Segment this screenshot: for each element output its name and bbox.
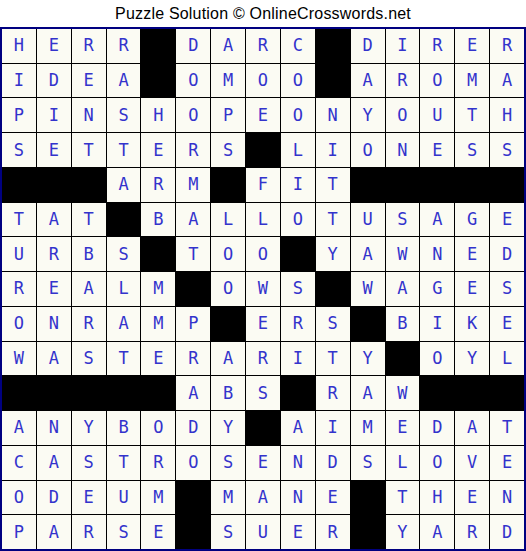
black-cell	[351, 307, 385, 341]
letter-cell: L	[386, 446, 420, 480]
letter-cell: O	[420, 64, 454, 98]
letter-cell: E	[455, 272, 489, 306]
letter-cell: I	[2, 64, 36, 98]
letter-cell: E	[37, 133, 71, 167]
letter-cell: B	[386, 307, 420, 341]
letter-cell: Y	[211, 411, 245, 445]
letter-cell: E	[316, 481, 350, 515]
black-cell	[211, 307, 245, 341]
letter-cell: A	[351, 376, 385, 410]
letter-cell: R	[455, 515, 489, 549]
page-title: Puzzle Solution © OnlineCrosswords.net	[0, 0, 526, 27]
letter-cell: U	[107, 481, 141, 515]
letter-cell: E	[246, 307, 280, 341]
black-cell	[351, 515, 385, 549]
black-cell	[281, 237, 315, 271]
black-cell	[316, 272, 350, 306]
letter-cell: I	[281, 342, 315, 376]
black-cell	[72, 376, 106, 410]
letter-cell: T	[107, 342, 141, 376]
letter-cell: S	[2, 133, 36, 167]
letter-cell: M	[351, 411, 385, 445]
letter-cell: E	[490, 446, 524, 480]
letter-cell: R	[2, 272, 36, 306]
letter-cell: O	[141, 411, 175, 445]
letter-cell: D	[37, 64, 71, 98]
letter-cell: F	[246, 168, 280, 202]
letter-cell: H	[490, 98, 524, 132]
black-cell	[176, 481, 210, 515]
letter-cell: R	[420, 29, 454, 63]
letter-cell: A	[490, 64, 524, 98]
letter-cell: A	[211, 29, 245, 63]
letter-cell: U	[246, 515, 280, 549]
letter-cell: O	[176, 446, 210, 480]
letter-cell: W	[386, 237, 420, 271]
letter-cell: E	[141, 515, 175, 549]
letter-cell: L	[107, 272, 141, 306]
black-cell	[455, 376, 489, 410]
letter-cell: U	[351, 203, 385, 237]
letter-cell: I	[420, 307, 454, 341]
letter-cell: W	[2, 342, 36, 376]
letter-cell: R	[281, 307, 315, 341]
letter-cell: A	[420, 203, 454, 237]
letter-cell: R	[176, 342, 210, 376]
letter-cell: W	[386, 376, 420, 410]
letter-cell: A	[386, 272, 420, 306]
letter-cell: A	[107, 64, 141, 98]
letter-cell: P	[2, 98, 36, 132]
letter-cell: U	[2, 237, 36, 271]
black-cell	[176, 515, 210, 549]
letter-cell: H	[2, 29, 36, 63]
letter-cell: A	[246, 481, 280, 515]
letter-cell: E	[246, 446, 280, 480]
letter-cell: R	[72, 307, 106, 341]
letter-cell: M	[176, 168, 210, 202]
letter-cell: V	[455, 446, 489, 480]
letter-cell: E	[455, 29, 489, 63]
letter-cell: B	[72, 237, 106, 271]
letter-cell: A	[351, 237, 385, 271]
letter-cell: H	[420, 481, 454, 515]
letter-cell: O	[176, 64, 210, 98]
black-cell	[107, 376, 141, 410]
letter-cell: M	[141, 481, 175, 515]
letter-cell: R	[37, 237, 71, 271]
letter-cell: T	[386, 481, 420, 515]
letter-cell: A	[351, 64, 385, 98]
letter-cell: S	[246, 376, 280, 410]
letter-cell: W	[246, 272, 280, 306]
letter-cell: B	[107, 411, 141, 445]
black-cell	[141, 64, 175, 98]
letter-cell: O	[2, 307, 36, 341]
letter-cell: T	[316, 342, 350, 376]
letter-cell: K	[455, 307, 489, 341]
letter-cell: O	[281, 98, 315, 132]
letter-cell: E	[246, 98, 280, 132]
letter-cell: A	[107, 307, 141, 341]
letter-cell: Y	[72, 411, 106, 445]
black-cell	[176, 272, 210, 306]
letter-cell: R	[176, 133, 210, 167]
black-cell	[37, 376, 71, 410]
letter-cell: N	[490, 481, 524, 515]
letter-cell: S	[72, 342, 106, 376]
black-cell	[316, 64, 350, 98]
letter-cell: T	[490, 411, 524, 445]
letter-cell: O	[2, 481, 36, 515]
letter-cell: A	[211, 342, 245, 376]
letter-cell: D	[420, 411, 454, 445]
letter-cell: L	[246, 203, 280, 237]
letter-cell: I	[37, 98, 71, 132]
black-cell	[455, 168, 489, 202]
letter-cell: E	[141, 133, 175, 167]
letter-cell: T	[107, 446, 141, 480]
letter-cell: S	[211, 446, 245, 480]
letter-cell: N	[420, 237, 454, 271]
letter-cell: N	[281, 446, 315, 480]
letter-cell: H	[141, 98, 175, 132]
letter-cell: T	[455, 98, 489, 132]
black-cell	[246, 133, 280, 167]
letter-cell: M	[141, 307, 175, 341]
letter-cell: W	[351, 272, 385, 306]
letter-cell: A	[420, 515, 454, 549]
letter-cell: O	[246, 64, 280, 98]
letter-cell: B	[141, 203, 175, 237]
letter-cell: B	[211, 376, 245, 410]
letter-cell: O	[420, 446, 454, 480]
letter-cell: S	[351, 446, 385, 480]
letter-cell: O	[386, 98, 420, 132]
black-cell	[386, 168, 420, 202]
letter-cell: Y	[386, 515, 420, 549]
letter-cell: P	[2, 515, 36, 549]
letter-cell: A	[37, 446, 71, 480]
black-cell	[107, 203, 141, 237]
letter-cell: L	[281, 133, 315, 167]
letter-cell: R	[246, 29, 280, 63]
black-cell	[420, 168, 454, 202]
letter-cell: N	[386, 133, 420, 167]
black-cell	[211, 168, 245, 202]
letter-cell: E	[455, 237, 489, 271]
letter-cell: Y	[316, 237, 350, 271]
letter-cell: D	[316, 446, 350, 480]
letter-cell: T	[2, 203, 36, 237]
letter-cell: O	[211, 237, 245, 271]
black-cell	[490, 168, 524, 202]
letter-cell: A	[37, 342, 71, 376]
letter-cell: E	[490, 203, 524, 237]
black-cell	[2, 376, 36, 410]
letter-cell: S	[490, 272, 524, 306]
letter-cell: E	[490, 307, 524, 341]
letter-cell: S	[107, 515, 141, 549]
black-cell	[141, 237, 175, 271]
letter-cell: T	[176, 237, 210, 271]
letter-cell: L	[211, 203, 245, 237]
letter-cell: S	[281, 272, 315, 306]
letter-cell: S	[211, 133, 245, 167]
letter-cell: Y	[455, 342, 489, 376]
letter-cell: R	[490, 29, 524, 63]
letter-cell: A	[455, 411, 489, 445]
letter-cell: O	[211, 272, 245, 306]
letter-cell: E	[72, 64, 106, 98]
letter-cell: G	[420, 272, 454, 306]
letter-cell: Y	[351, 342, 385, 376]
letter-cell: S	[455, 133, 489, 167]
letter-cell: R	[107, 29, 141, 63]
letter-cell: A	[107, 168, 141, 202]
letter-cell: P	[176, 307, 210, 341]
letter-cell: R	[141, 168, 175, 202]
black-cell	[490, 376, 524, 410]
black-cell	[141, 29, 175, 63]
letter-cell: M	[211, 481, 245, 515]
puzzle-solution-page: Puzzle Solution © OnlineCrosswords.net H…	[0, 0, 526, 551]
letter-cell: D	[490, 237, 524, 271]
crossword-grid: HERRDARCDIRERIDEAOMOOAROMAPINSHOPEONYOUT…	[0, 27, 526, 551]
letter-cell: I	[281, 168, 315, 202]
letter-cell: E	[386, 411, 420, 445]
letter-cell: S	[490, 133, 524, 167]
letter-cell: M	[141, 272, 175, 306]
letter-cell: E	[420, 133, 454, 167]
letter-cell: S	[107, 98, 141, 132]
letter-cell: R	[72, 515, 106, 549]
letter-cell: O	[246, 237, 280, 271]
letter-cell: T	[316, 203, 350, 237]
letter-cell: A	[37, 515, 71, 549]
letter-cell: M	[211, 64, 245, 98]
black-cell	[420, 376, 454, 410]
letter-cell: T	[316, 168, 350, 202]
letter-cell: R	[246, 342, 280, 376]
black-cell	[351, 168, 385, 202]
letter-cell: E	[281, 515, 315, 549]
letter-cell: E	[141, 342, 175, 376]
letter-cell: I	[316, 133, 350, 167]
letter-cell: C	[2, 446, 36, 480]
black-cell	[246, 411, 280, 445]
letter-cell: C	[281, 29, 315, 63]
letter-cell: Y	[351, 98, 385, 132]
letter-cell: D	[176, 29, 210, 63]
letter-cell: S	[316, 307, 350, 341]
letter-cell: S	[386, 203, 420, 237]
letter-cell: P	[211, 98, 245, 132]
letter-cell: R	[72, 29, 106, 63]
letter-cell: O	[420, 342, 454, 376]
letter-cell: R	[316, 376, 350, 410]
letter-cell: D	[37, 481, 71, 515]
letter-cell: A	[72, 272, 106, 306]
letter-cell: S	[211, 515, 245, 549]
letter-cell: S	[72, 446, 106, 480]
letter-cell: R	[386, 64, 420, 98]
letter-cell: R	[141, 446, 175, 480]
letter-cell: A	[281, 411, 315, 445]
black-cell	[2, 168, 36, 202]
letter-cell: E	[37, 29, 71, 63]
letter-cell: G	[455, 203, 489, 237]
letter-cell: D	[490, 515, 524, 549]
letter-cell: S	[107, 237, 141, 271]
letter-cell: O	[281, 203, 315, 237]
letter-cell: U	[420, 98, 454, 132]
letter-cell: T	[72, 133, 106, 167]
letter-cell: E	[37, 272, 71, 306]
letter-cell: D	[351, 29, 385, 63]
letter-cell: E	[72, 481, 106, 515]
letter-cell: O	[351, 133, 385, 167]
black-cell	[72, 168, 106, 202]
letter-cell: M	[455, 64, 489, 98]
letter-cell: I	[386, 29, 420, 63]
letter-cell: E	[455, 481, 489, 515]
black-cell	[386, 342, 420, 376]
letter-cell: A	[176, 203, 210, 237]
letter-cell: N	[316, 98, 350, 132]
letter-cell: N	[37, 307, 71, 341]
letter-cell: N	[72, 98, 106, 132]
letter-cell: L	[490, 342, 524, 376]
letter-cell: N	[37, 411, 71, 445]
letter-cell: N	[281, 481, 315, 515]
letter-cell: T	[72, 203, 106, 237]
letter-cell: R	[316, 515, 350, 549]
letter-cell: T	[107, 133, 141, 167]
black-cell	[37, 168, 71, 202]
letter-cell: O	[281, 64, 315, 98]
letter-cell: A	[176, 376, 210, 410]
letter-cell: A	[37, 203, 71, 237]
black-cell	[281, 376, 315, 410]
black-cell	[141, 376, 175, 410]
letter-cell: O	[176, 98, 210, 132]
letter-cell: A	[2, 411, 36, 445]
black-cell	[351, 481, 385, 515]
letter-cell: I	[316, 411, 350, 445]
black-cell	[316, 29, 350, 63]
letter-cell: D	[176, 411, 210, 445]
